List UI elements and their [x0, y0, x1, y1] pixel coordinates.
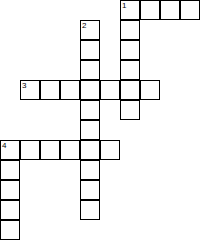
- crossword-grid: 1234: [0, 0, 200, 240]
- cell-r6c4[interactable]: [80, 120, 100, 140]
- cell-r8c0[interactable]: [0, 160, 20, 180]
- cell-r7c0[interactable]: 4: [0, 140, 20, 160]
- cell-r9c0[interactable]: [0, 180, 20, 200]
- clue-number-4: 4: [2, 141, 6, 150]
- cell-r7c1[interactable]: [20, 140, 40, 160]
- cell-r4c6[interactable]: [120, 80, 140, 100]
- cell-r7c4[interactable]: [80, 140, 100, 160]
- cell-r4c4[interactable]: [80, 80, 100, 100]
- cell-r3c4[interactable]: [80, 60, 100, 80]
- cell-r1c6[interactable]: [120, 20, 140, 40]
- cell-r2c4[interactable]: [80, 40, 100, 60]
- cell-r4c5[interactable]: [100, 80, 120, 100]
- clue-number-3: 3: [22, 81, 26, 90]
- cell-r2c6[interactable]: [120, 40, 140, 60]
- cell-r4c3[interactable]: [60, 80, 80, 100]
- cell-r9c4[interactable]: [80, 180, 100, 200]
- cell-r11c0[interactable]: [0, 220, 20, 240]
- cell-r0c8[interactable]: [160, 0, 180, 20]
- cell-r10c4[interactable]: [80, 200, 100, 220]
- cell-r7c2[interactable]: [40, 140, 60, 160]
- cell-r0c6[interactable]: 1: [120, 0, 140, 20]
- cell-r7c3[interactable]: [60, 140, 80, 160]
- cell-r5c4[interactable]: [80, 100, 100, 120]
- cell-r4c7[interactable]: [140, 80, 160, 100]
- cell-r1c4[interactable]: 2: [80, 20, 100, 40]
- cell-r0c9[interactable]: [180, 0, 200, 20]
- cell-r3c6[interactable]: [120, 60, 140, 80]
- clue-number-1: 1: [122, 1, 126, 10]
- cell-r4c2[interactable]: [40, 80, 60, 100]
- cell-r4c1[interactable]: 3: [20, 80, 40, 100]
- cell-r5c6[interactable]: [120, 100, 140, 120]
- cell-r7c5[interactable]: [100, 140, 120, 160]
- cell-r8c4[interactable]: [80, 160, 100, 180]
- cell-r0c7[interactable]: [140, 0, 160, 20]
- cell-r10c0[interactable]: [0, 200, 20, 220]
- clue-number-2: 2: [82, 21, 86, 30]
